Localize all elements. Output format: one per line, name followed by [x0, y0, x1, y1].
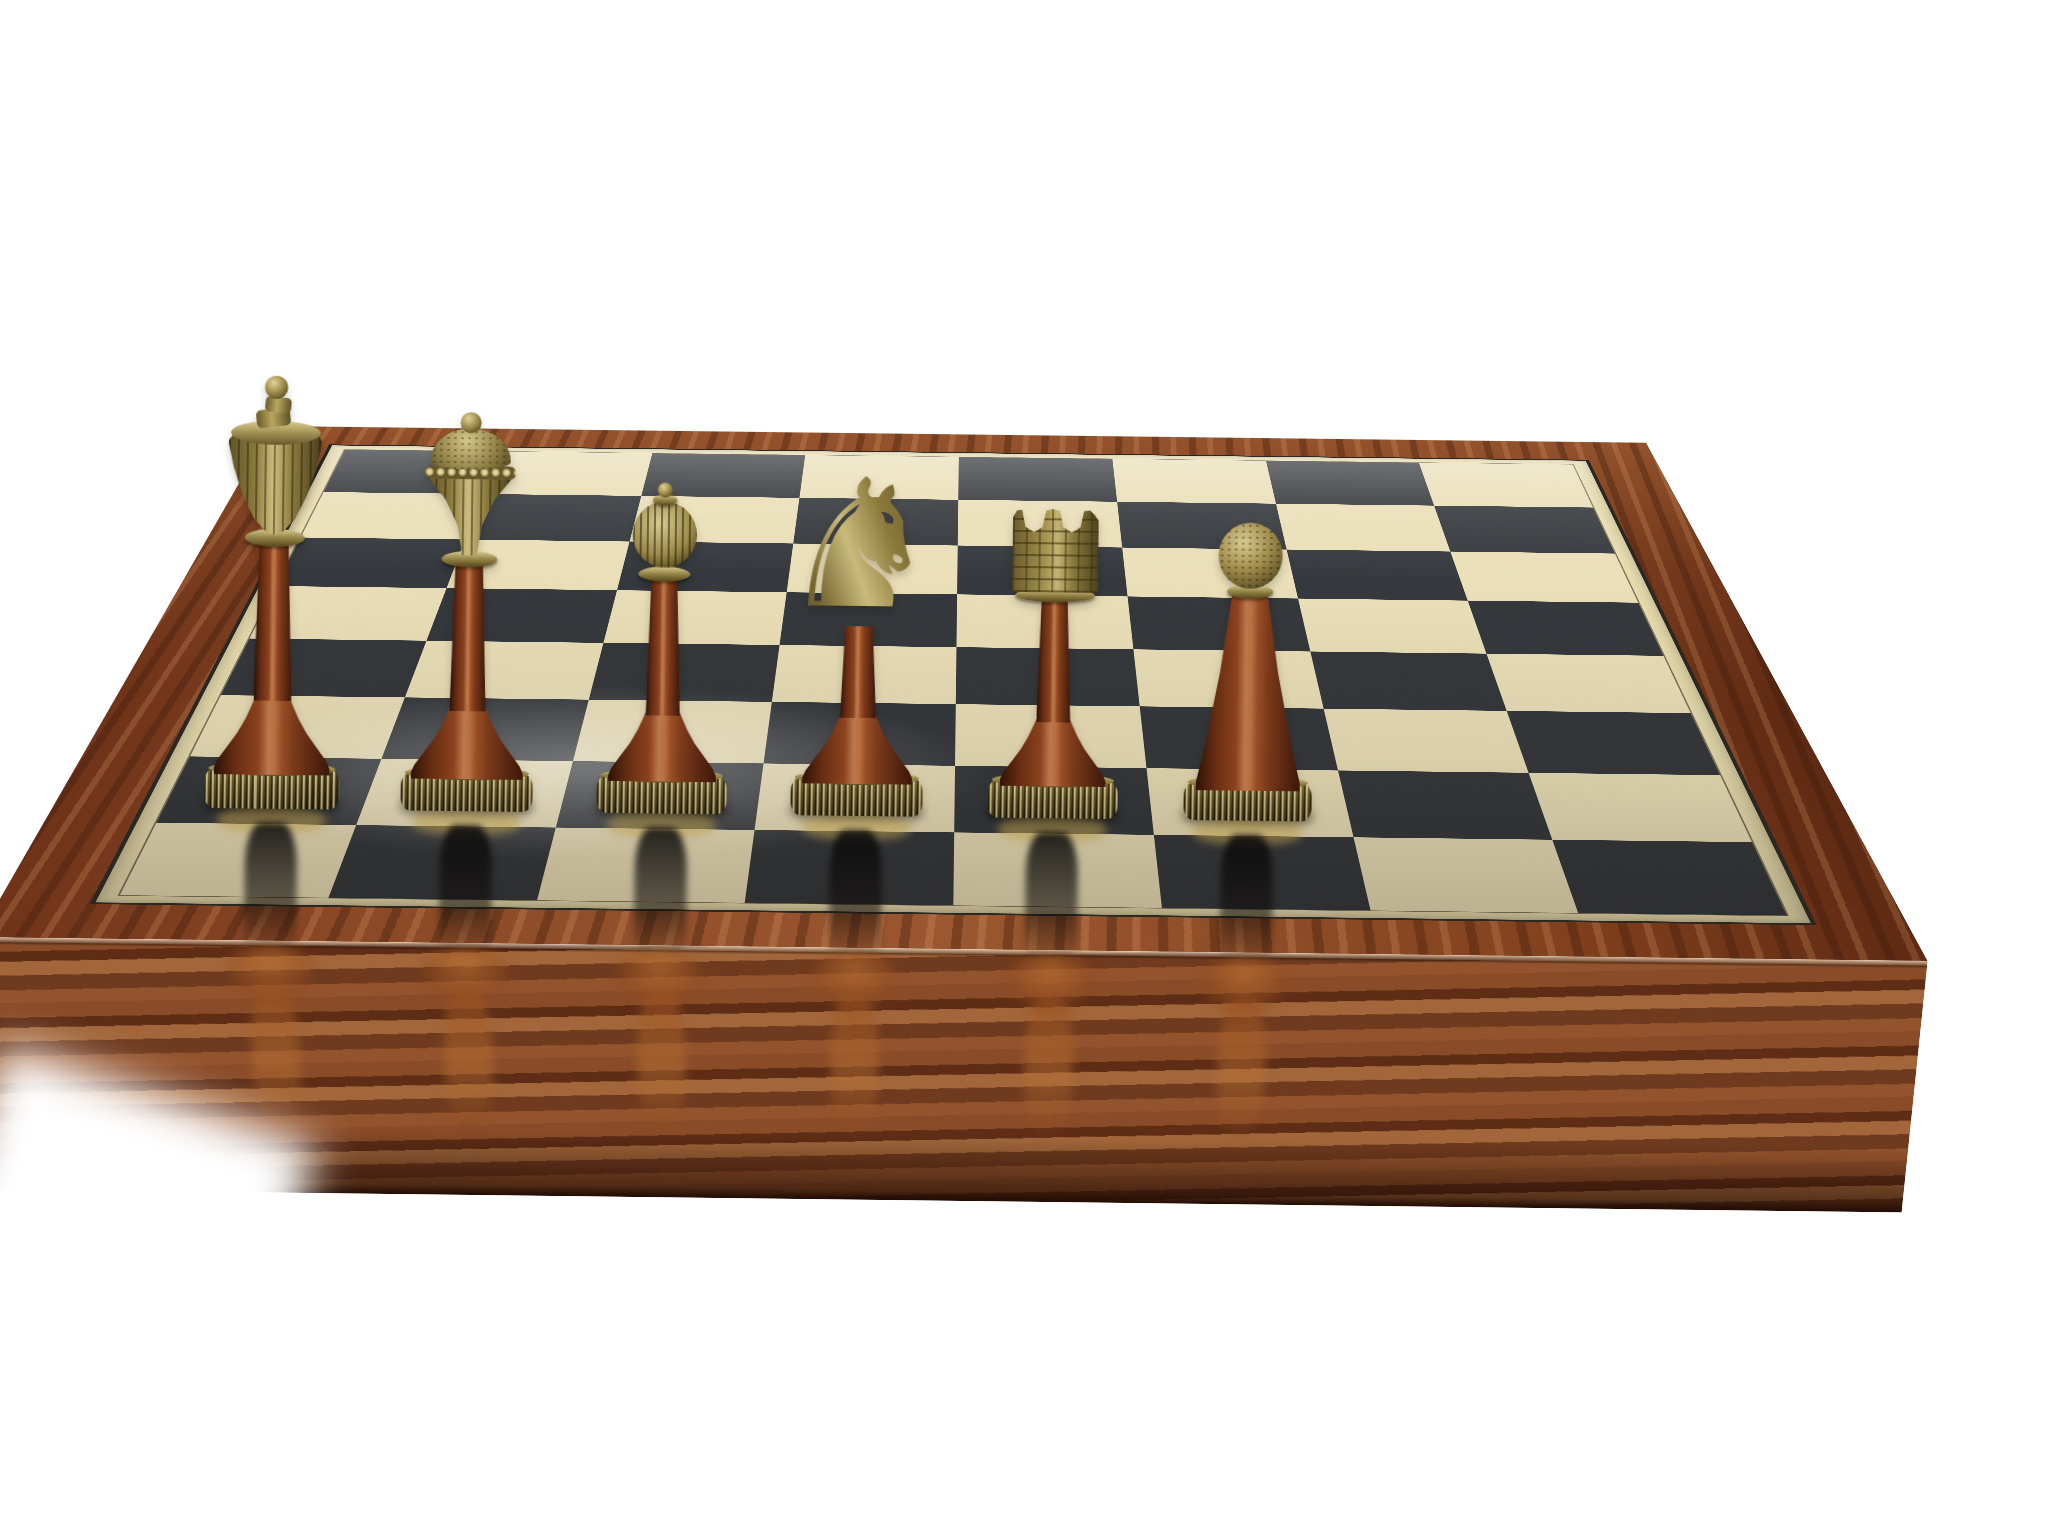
- square-g2[interactable]: [1338, 770, 1553, 839]
- square-g7[interactable]: [1276, 504, 1451, 552]
- square-f6[interactable]: [1122, 547, 1298, 598]
- square-e3[interactable]: [955, 704, 1146, 768]
- square-e7[interactable]: [958, 500, 1122, 548]
- square-b3[interactable]: [381, 697, 588, 761]
- square-b2[interactable]: [356, 759, 573, 828]
- square-h5[interactable]: [1468, 601, 1663, 656]
- product-photo-stage: ♞: [0, 0, 2048, 1536]
- square-h7[interactable]: [1434, 506, 1614, 554]
- square-g4[interactable]: [1310, 651, 1507, 710]
- apron-reflection-king: [248, 985, 303, 1126]
- square-f7[interactable]: [1117, 502, 1286, 550]
- square-a3[interactable]: [190, 695, 405, 759]
- square-h3[interactable]: [1507, 711, 1720, 775]
- board-surface: [0, 426, 1928, 961]
- square-e8[interactable]: [958, 457, 1117, 502]
- square-f3[interactable]: [1139, 706, 1337, 770]
- square-a6[interactable]: [276, 537, 465, 588]
- perspective-scene: [0, 0, 1952, 961]
- square-d8[interactable]: [800, 455, 959, 500]
- square-b8[interactable]: [482, 451, 652, 495]
- square-d1[interactable]: [745, 830, 954, 905]
- square-e6[interactable]: [957, 545, 1127, 596]
- square-c4[interactable]: [588, 643, 779, 702]
- square-d5[interactable]: [780, 592, 957, 647]
- square-h2[interactable]: [1529, 773, 1752, 843]
- square-a1[interactable]: [120, 823, 356, 898]
- square-e1[interactable]: [953, 832, 1161, 907]
- square-a4[interactable]: [221, 639, 426, 698]
- apron-reflection-bishop: [637, 990, 687, 1131]
- apron-reflection-rook: [1023, 994, 1073, 1135]
- square-e2[interactable]: [954, 766, 1153, 835]
- square-e4[interactable]: [956, 647, 1140, 706]
- square-c6[interactable]: [617, 541, 794, 592]
- square-g1[interactable]: [1353, 837, 1578, 913]
- square-b1[interactable]: [328, 825, 555, 900]
- square-c3[interactable]: [573, 700, 773, 764]
- square-f2[interactable]: [1146, 768, 1353, 837]
- square-g5[interactable]: [1298, 599, 1487, 654]
- square-b6[interactable]: [446, 539, 629, 590]
- square-f1[interactable]: [1154, 835, 1370, 910]
- square-e5[interactable]: [956, 594, 1133, 649]
- square-h6[interactable]: [1450, 551, 1638, 602]
- apron-reflection-knight: [831, 992, 879, 1133]
- square-f4[interactable]: [1133, 649, 1323, 708]
- square-d4[interactable]: [772, 645, 956, 704]
- apron-reflection-pawn: [1215, 997, 1268, 1138]
- square-d3[interactable]: [764, 702, 956, 766]
- square-c2[interactable]: [555, 761, 763, 830]
- square-h8[interactable]: [1419, 463, 1593, 508]
- square-b7[interactable]: [465, 494, 641, 541]
- square-b5[interactable]: [426, 588, 616, 643]
- square-d7[interactable]: [793, 498, 958, 546]
- square-g8[interactable]: [1266, 461, 1435, 506]
- square-f8[interactable]: [1112, 459, 1275, 504]
- square-g3[interactable]: [1323, 709, 1529, 773]
- square-c5[interactable]: [603, 590, 787, 645]
- square-d6[interactable]: [787, 543, 958, 594]
- square-c7[interactable]: [629, 496, 799, 544]
- square-c8[interactable]: [641, 453, 805, 497]
- square-d2[interactable]: [755, 763, 955, 832]
- square-a7[interactable]: [301, 492, 483, 539]
- square-h4[interactable]: [1487, 654, 1691, 713]
- square-f5[interactable]: [1127, 597, 1310, 652]
- chess-board: [0, 426, 1928, 961]
- square-c1[interactable]: [537, 828, 755, 903]
- board-squares: [120, 450, 1787, 916]
- square-a5[interactable]: [250, 586, 447, 641]
- square-a8[interactable]: [324, 450, 499, 494]
- square-g6[interactable]: [1286, 549, 1468, 600]
- square-h1[interactable]: [1553, 840, 1787, 916]
- square-a2[interactable]: [156, 756, 381, 825]
- square-b4[interactable]: [405, 641, 603, 700]
- apron-reflection-queen: [442, 987, 494, 1128]
